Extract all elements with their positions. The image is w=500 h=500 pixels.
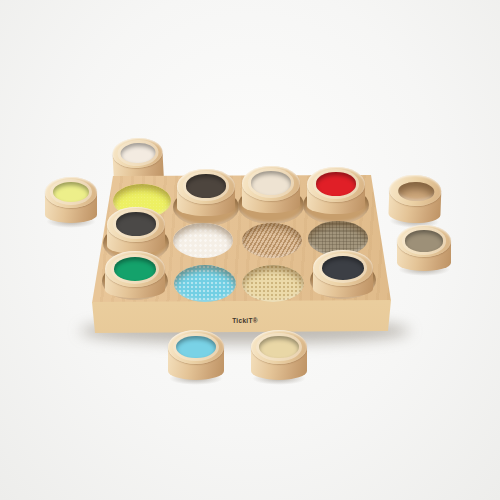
texture-surface-hessian bbox=[405, 230, 443, 251]
cylinder-rim bbox=[107, 207, 165, 242]
board-texture-cylinder-r1c4[interactable] bbox=[307, 167, 365, 214]
board-texture-disc-r3c2[interactable] bbox=[174, 265, 236, 302]
cylinder-rim bbox=[307, 167, 365, 202]
texture-surface-fleece bbox=[120, 142, 156, 164]
cylinder-rim bbox=[313, 250, 373, 286]
cylinder-rim bbox=[45, 177, 97, 208]
loose-texture-cylinder-right-lower[interactable] bbox=[397, 225, 451, 271]
cylinder-rim bbox=[168, 330, 224, 364]
texture-surface-felt bbox=[316, 172, 357, 195]
board-texture-cylinder-r2c1[interactable] bbox=[107, 207, 165, 254]
loose-texture-cylinder-bottom-left[interactable] bbox=[168, 330, 224, 380]
cylinder-rim bbox=[177, 169, 235, 204]
board-texture-cylinder-r1c2[interactable] bbox=[177, 169, 235, 216]
cylinder-rim bbox=[242, 166, 300, 201]
board-texture-disc-r3c3[interactable] bbox=[242, 265, 304, 302]
texture-surface-empty bbox=[398, 181, 435, 201]
cylinder-rim bbox=[389, 174, 442, 207]
scene: TickiT® bbox=[0, 0, 500, 500]
texture-surface-felt bbox=[322, 256, 364, 280]
loose-texture-cylinder-bottom-right[interactable] bbox=[251, 330, 307, 380]
board-texture-disc-r2c2[interactable] bbox=[173, 223, 233, 258]
loose-texture-cylinder-right-upper[interactable] bbox=[388, 174, 442, 224]
board-texture-cylinder-r3c4[interactable] bbox=[313, 250, 373, 297]
cylinder-rim bbox=[105, 251, 165, 287]
brand-logo: TickiT® bbox=[222, 317, 268, 324]
board-texture-cylinder-r1c3[interactable] bbox=[242, 166, 300, 213]
cylinder-rim bbox=[397, 225, 451, 257]
board-texture-cylinder-r3c1[interactable] bbox=[105, 251, 165, 298]
texture-surface-felt bbox=[114, 257, 156, 281]
board-texture-disc-r2c3[interactable] bbox=[242, 223, 302, 258]
texture-surface-soft-fur bbox=[186, 174, 227, 197]
texture-surface-fluffy bbox=[176, 336, 215, 358]
texture-surface-rough-plaster bbox=[251, 171, 292, 194]
loose-texture-cylinder-left[interactable] bbox=[45, 177, 97, 223]
texture-surface-glitter-grit bbox=[116, 212, 157, 235]
texture-surface-sand-grit bbox=[259, 336, 298, 358]
cylinder-rim bbox=[251, 330, 307, 364]
texture-surface-felt bbox=[53, 182, 89, 202]
